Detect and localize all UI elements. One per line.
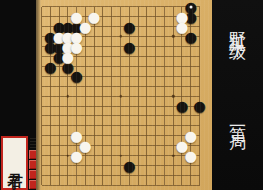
grid-line-vertical [199,7,200,186]
right-info-panel: 野狐十级 第一局 [212,0,263,190]
grid-line-horizontal [42,145,200,146]
star-point [67,95,70,98]
grid-line-vertical [190,7,191,186]
grid-line-vertical [164,7,165,186]
go-board[interactable]: ●●●●●●●●●●●●●●●●●●●●●●●●●●●●●●●●●●● [36,0,212,190]
star-point [172,95,175,98]
go-app-screenshot: 君子 ●●●●●●●●●●●●●●●●●●●●●●●●●●●●●●●●●●● 野… [0,0,263,190]
grid-line-horizontal [42,165,200,166]
grid-line-horizontal [42,135,200,136]
watermark-seal: 君子 [1,136,28,190]
grid-line-vertical [138,7,139,186]
star-point [172,154,175,157]
star-point [119,154,122,157]
grid-line-horizontal [42,125,200,126]
star-point [67,35,70,38]
rank-label: 野狐十级 [229,18,246,34]
grid-line-vertical [146,7,147,186]
left-background-strip: 君子 [0,0,36,190]
game-number-label: 第一局 [229,113,246,125]
grid-line-horizontal [42,106,200,107]
seal-text: 君子 [7,161,22,165]
grid-line-horizontal [42,115,200,116]
grid-line-horizontal [42,185,200,186]
grid-line-horizontal [42,175,200,176]
grid-line-vertical [129,7,130,186]
star-point [172,35,175,38]
star-point [119,35,122,38]
last-move-marker [189,5,192,8]
star-point [67,154,70,157]
grid-line-vertical [181,7,182,186]
grid-line-vertical [155,7,156,186]
star-point [119,95,122,98]
